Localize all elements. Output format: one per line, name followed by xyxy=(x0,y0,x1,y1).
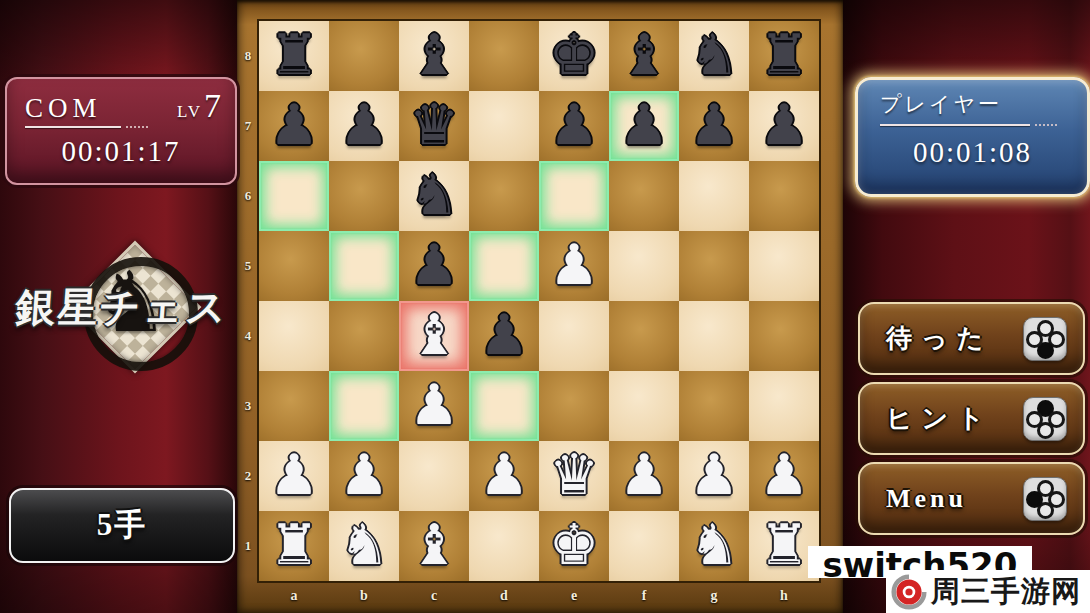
com-level-label: LV xyxy=(177,102,202,122)
square-e1[interactable]: ♚ xyxy=(539,511,609,581)
square-e6[interactable] xyxy=(539,161,609,231)
piece-black-pawn: ♟ xyxy=(399,231,469,301)
square-g8[interactable]: ♞ xyxy=(679,21,749,91)
file-label-e: e xyxy=(539,583,609,609)
piece-black-king: ♚ xyxy=(539,21,609,91)
square-e3[interactable] xyxy=(539,371,609,441)
square-f3[interactable] xyxy=(609,371,679,441)
hint-button[interactable]: ヒント xyxy=(858,382,1085,455)
square-a2[interactable]: ♟ xyxy=(259,441,329,511)
piece-white-pawn: ♟ xyxy=(329,441,399,511)
square-b7[interactable]: ♟ xyxy=(329,91,399,161)
com-label: COM xyxy=(25,93,102,124)
rank-label-4: 4 xyxy=(237,301,259,371)
square-g6[interactable] xyxy=(679,161,749,231)
square-d8[interactable] xyxy=(469,21,539,91)
square-d1[interactable] xyxy=(469,511,539,581)
piece-white-pawn: ♟ xyxy=(749,441,819,511)
square-c3[interactable]: ♟ xyxy=(399,371,469,441)
piece-black-knight: ♞ xyxy=(679,21,749,91)
piece-black-rook: ♜ xyxy=(259,21,329,91)
file-label-b: b xyxy=(329,583,399,609)
square-a6[interactable] xyxy=(259,161,329,231)
piece-white-pawn: ♟ xyxy=(609,441,679,511)
piece-black-queen: ♛ xyxy=(399,91,469,161)
file-label-c: c xyxy=(399,583,469,609)
undo-button-label: 待った xyxy=(886,321,992,356)
square-c6[interactable]: ♞ xyxy=(399,161,469,231)
com-timer: 00:01:17 xyxy=(7,135,235,168)
file-label-h: h xyxy=(749,583,819,609)
square-c2[interactable] xyxy=(399,441,469,511)
square-f8[interactable]: ♝ xyxy=(609,21,679,91)
piece-white-pawn: ♟ xyxy=(539,231,609,301)
file-labels: abcdefgh xyxy=(259,583,819,609)
square-f7[interactable]: ♟ xyxy=(609,91,679,161)
square-b5[interactable] xyxy=(329,231,399,301)
piece-black-pawn: ♟ xyxy=(609,91,679,161)
square-g7[interactable]: ♟ xyxy=(679,91,749,161)
square-a1[interactable]: ♜ xyxy=(259,511,329,581)
square-h5[interactable] xyxy=(749,231,819,301)
com-underline xyxy=(25,126,121,128)
square-c1[interactable]: ♝ xyxy=(399,511,469,581)
square-e2[interactable]: ♛ xyxy=(539,441,609,511)
piece-white-bishop: ♝ xyxy=(399,511,469,581)
file-label-d: d xyxy=(469,583,539,609)
game-title: 銀星チェス xyxy=(4,280,240,335)
gamepad-b-button-icon xyxy=(1023,317,1067,361)
square-b6[interactable] xyxy=(329,161,399,231)
com-clock-panel: COM LV 7 00:01:17 xyxy=(5,77,237,185)
file-label-a: a xyxy=(259,583,329,609)
rank-label-8: 8 xyxy=(237,21,259,91)
square-d3[interactable] xyxy=(469,371,539,441)
move-counter: 5手 xyxy=(11,490,233,561)
piece-white-pawn: ♟ xyxy=(469,441,539,511)
square-a7[interactable]: ♟ xyxy=(259,91,329,161)
hint-button-label: ヒント xyxy=(886,401,993,436)
piece-black-bishop: ♝ xyxy=(399,21,469,91)
chess-board-frame: 87654321 ♜♝♚♝♞♜♟♟♛♟♟♟♟♞♟♟♝♟♟♟♟♟♛♟♟♟♜♞♝♚♞… xyxy=(237,0,843,613)
square-f2[interactable]: ♟ xyxy=(609,441,679,511)
square-h2[interactable]: ♟ xyxy=(749,441,819,511)
piece-black-pawn: ♟ xyxy=(539,91,609,161)
square-f1[interactable] xyxy=(609,511,679,581)
square-b4[interactable] xyxy=(329,301,399,371)
square-b3[interactable] xyxy=(329,371,399,441)
square-a4[interactable] xyxy=(259,301,329,371)
file-label-f: f xyxy=(609,583,679,609)
rank-label-7: 7 xyxy=(237,91,259,161)
square-e4[interactable] xyxy=(539,301,609,371)
square-a3[interactable] xyxy=(259,371,329,441)
square-g4[interactable] xyxy=(679,301,749,371)
square-f6[interactable] xyxy=(609,161,679,231)
move-counter-panel: 5手 xyxy=(9,488,235,563)
piece-black-pawn: ♟ xyxy=(259,91,329,161)
player-timer: 00:01:08 xyxy=(858,136,1087,169)
square-g2[interactable]: ♟ xyxy=(679,441,749,511)
piece-white-king: ♚ xyxy=(539,511,609,581)
watermark-site-text: 周三手游网 xyxy=(931,572,1081,612)
chess-board[interactable]: ♜♝♚♝♞♜♟♟♛♟♟♟♟♞♟♟♝♟♟♟♟♟♛♟♟♟♜♞♝♚♞♜ xyxy=(259,21,819,581)
square-g5[interactable] xyxy=(679,231,749,301)
piece-white-pawn: ♟ xyxy=(399,371,469,441)
square-e7[interactable]: ♟ xyxy=(539,91,609,161)
com-level-value: 7 xyxy=(204,87,221,125)
piece-black-pawn: ♟ xyxy=(329,91,399,161)
square-a8[interactable]: ♜ xyxy=(259,21,329,91)
square-d6[interactable] xyxy=(469,161,539,231)
undo-button[interactable]: 待った xyxy=(858,302,1085,375)
piece-black-pawn: ♟ xyxy=(679,91,749,161)
square-c4[interactable]: ♝ xyxy=(399,301,469,371)
square-g1[interactable]: ♞ xyxy=(679,511,749,581)
piece-white-knight: ♞ xyxy=(329,511,399,581)
square-d4[interactable]: ♟ xyxy=(469,301,539,371)
menu-button-label: Menu xyxy=(886,484,967,514)
gamepad-x-button-icon xyxy=(1023,397,1067,441)
piece-white-bishop: ♝ xyxy=(399,301,469,371)
spiral-logo-icon xyxy=(891,574,927,610)
menu-button[interactable]: Menu xyxy=(858,462,1085,535)
square-e5[interactable]: ♟ xyxy=(539,231,609,301)
square-d2[interactable]: ♟ xyxy=(469,441,539,511)
square-c7[interactable]: ♛ xyxy=(399,91,469,161)
square-g3[interactable] xyxy=(679,371,749,441)
square-h7[interactable]: ♟ xyxy=(749,91,819,161)
rank-label-3: 3 xyxy=(237,371,259,441)
rank-label-6: 6 xyxy=(237,161,259,231)
piece-black-bishop: ♝ xyxy=(609,21,679,91)
square-b1[interactable]: ♞ xyxy=(329,511,399,581)
square-a5[interactable] xyxy=(259,231,329,301)
piece-black-pawn: ♟ xyxy=(749,91,819,161)
piece-black-rook: ♜ xyxy=(749,21,819,91)
square-h8[interactable]: ♜ xyxy=(749,21,819,91)
player-underline xyxy=(880,124,1030,126)
piece-white-queen: ♛ xyxy=(539,441,609,511)
player-label: プレイヤー xyxy=(880,90,1002,118)
rank-labels: 87654321 xyxy=(237,21,259,581)
square-h3[interactable] xyxy=(749,371,819,441)
watermark-site-badge: 周三手游网 xyxy=(886,570,1090,613)
square-b2[interactable]: ♟ xyxy=(329,441,399,511)
player-clock-panel: プレイヤー 00:01:08 xyxy=(855,77,1090,197)
square-f5[interactable] xyxy=(609,231,679,301)
square-c8[interactable]: ♝ xyxy=(399,21,469,91)
file-label-g: g xyxy=(679,583,749,609)
piece-white-pawn: ♟ xyxy=(259,441,329,511)
rank-label-1: 1 xyxy=(237,511,259,581)
square-h4[interactable] xyxy=(749,301,819,371)
square-b8[interactable] xyxy=(329,21,399,91)
rank-label-5: 5 xyxy=(237,231,259,301)
square-e8[interactable]: ♚ xyxy=(539,21,609,91)
square-d5[interactable] xyxy=(469,231,539,301)
piece-white-knight: ♞ xyxy=(679,511,749,581)
square-c5[interactable]: ♟ xyxy=(399,231,469,301)
piece-black-knight: ♞ xyxy=(399,161,469,231)
square-h6[interactable] xyxy=(749,161,819,231)
rank-label-2: 2 xyxy=(237,441,259,511)
game-screen: 87654321 ♜♝♚♝♞♜♟♟♛♟♟♟♟♞♟♟♝♟♟♟♟♟♛♟♟♟♜♞♝♚♞… xyxy=(0,0,1090,613)
gamepad-y-button-icon xyxy=(1023,477,1067,521)
square-d7[interactable] xyxy=(469,91,539,161)
piece-white-pawn: ♟ xyxy=(679,441,749,511)
piece-black-pawn: ♟ xyxy=(469,301,539,371)
piece-white-rook: ♜ xyxy=(259,511,329,581)
square-f4[interactable] xyxy=(609,301,679,371)
